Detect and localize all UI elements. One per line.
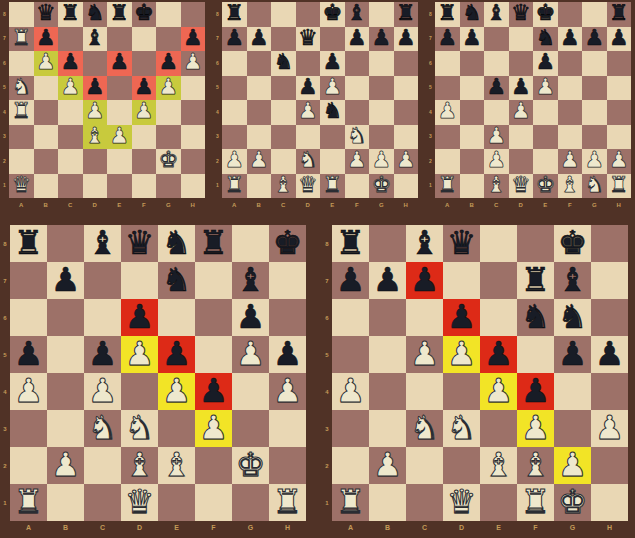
square-c1[interactable]: ♝ [484,174,509,199]
square-a8[interactable]: ♜ [222,2,247,27]
square-a8[interactable]: ♜ [435,2,460,27]
square-d8[interactable]: ♛ [509,2,534,27]
square-e6[interactable]: ♟ [533,51,558,76]
square-e8[interactable]: ♚ [533,2,558,27]
square-b3[interactable] [369,410,406,447]
square-b2[interactable]: ♟ [247,149,272,174]
square-c8[interactable] [271,2,296,27]
square-b1[interactable] [47,484,84,521]
square-f8[interactable]: ♝ [345,2,370,27]
square-c1[interactable]: ♝ [271,174,296,199]
square-a1[interactable]: ♛ [9,174,34,199]
square-f4[interactable]: ♟ [132,100,157,125]
square-f5[interactable] [558,76,583,101]
square-g1[interactable]: ♚ [554,484,591,521]
square-d5[interactable]: ♟ [509,76,534,101]
square-c8[interactable]: ♝ [484,2,509,27]
square-g8[interactable] [156,2,181,27]
square-a7[interactable]: ♟ [222,27,247,52]
square-c3[interactable]: ♞ [406,410,443,447]
square-f1[interactable] [345,174,370,199]
square-e2[interactable]: ♝ [480,447,517,484]
square-h8[interactable] [181,2,206,27]
square-e3[interactable]: ♟ [107,125,132,150]
square-g6[interactable]: ♟ [156,51,181,76]
square-a6[interactable] [332,299,369,336]
square-e7[interactable] [320,27,345,52]
square-g3[interactable] [554,410,591,447]
square-d4[interactable] [121,373,158,410]
square-e8[interactable]: ♚ [320,2,345,27]
square-g7[interactable] [156,27,181,52]
square-b7[interactable]: ♟ [460,27,485,52]
square-c5[interactable]: ♟ [58,76,83,101]
square-c5[interactable]: ♟ [84,336,121,373]
square-a2[interactable]: ♟ [222,149,247,174]
square-c1[interactable] [58,174,83,199]
square-b1[interactable] [247,174,272,199]
square-b4[interactable] [369,373,406,410]
square-f4[interactable]: ♟ [517,373,554,410]
square-b3[interactable] [460,125,485,150]
square-d8[interactable]: ♛ [443,225,480,262]
square-b5[interactable] [34,76,59,101]
square-e1[interactable] [480,484,517,521]
square-f2[interactable] [195,447,232,484]
square-d2[interactable] [509,149,534,174]
square-c5[interactable]: ♟ [406,336,443,373]
square-c1[interactable] [84,484,121,521]
square-e3[interactable] [320,125,345,150]
square-a4[interactable]: ♟ [332,373,369,410]
square-h1[interactable]: ♜ [269,484,306,521]
square-b3[interactable] [34,125,59,150]
square-b8[interactable] [47,225,84,262]
square-a2[interactable] [435,149,460,174]
square-h5[interactable] [181,76,206,101]
square-c6[interactable]: ♟ [58,51,83,76]
square-c7[interactable]: ♟ [406,262,443,299]
square-h2[interactable] [269,447,306,484]
square-e7[interactable]: ♞ [533,27,558,52]
square-e3[interactable] [158,410,195,447]
square-c8[interactable]: ♜ [58,2,83,27]
square-e1[interactable]: ♜ [320,174,345,199]
square-c3[interactable] [58,125,83,150]
square-a6[interactable] [222,51,247,76]
square-e2[interactable] [320,149,345,174]
square-h1[interactable] [181,174,206,199]
square-b7[interactable]: ♟ [369,262,406,299]
square-d7[interactable]: ♛ [296,27,321,52]
square-d7[interactable] [121,262,158,299]
square-g7[interactable]: ♝ [554,262,591,299]
square-h6[interactable]: ♟ [181,51,206,76]
square-f6[interactable] [345,51,370,76]
square-g3[interactable] [582,125,607,150]
square-e4[interactable] [533,100,558,125]
square-d5[interactable]: ♟ [83,76,108,101]
square-h4[interactable] [591,373,628,410]
square-e6[interactable]: ♟ [107,51,132,76]
square-c7[interactable] [271,27,296,52]
square-a6[interactable] [10,299,47,336]
square-a7[interactable] [10,262,47,299]
square-f7[interactable]: ♟ [345,27,370,52]
square-f7[interactable]: ♜ [517,262,554,299]
square-g4[interactable] [554,373,591,410]
square-f1[interactable]: ♝ [558,174,583,199]
square-g2[interactable]: ♟ [554,447,591,484]
square-a3[interactable] [10,410,47,447]
square-d6[interactable] [83,51,108,76]
square-e3[interactable] [480,410,517,447]
square-c1[interactable] [406,484,443,521]
square-d1[interactable] [83,174,108,199]
square-h4[interactable] [607,100,632,125]
square-h1[interactable]: ♜ [607,174,632,199]
square-f8[interactable] [558,2,583,27]
square-d4[interactable]: ♟ [83,100,108,125]
square-a5[interactable]: ♞ [9,76,34,101]
square-f3[interactable]: ♟ [517,410,554,447]
square-c7[interactable] [58,27,83,52]
square-b6[interactable] [247,51,272,76]
square-h8[interactable]: ♚ [269,225,306,262]
square-b3[interactable] [47,410,84,447]
square-b8[interactable]: ♛ [34,2,59,27]
square-b5[interactable] [47,336,84,373]
square-d8[interactable] [296,2,321,27]
square-f4[interactable]: ♟ [195,373,232,410]
square-b6[interactable] [460,51,485,76]
square-b6[interactable] [47,299,84,336]
square-a4[interactable]: ♟ [10,373,47,410]
square-b6[interactable]: ♟ [34,51,59,76]
square-a8[interactable]: ♜ [332,225,369,262]
square-c6[interactable] [406,299,443,336]
square-a3[interactable] [222,125,247,150]
square-e5[interactable]: ♟ [320,76,345,101]
square-e4[interactable] [107,100,132,125]
square-f5[interactable] [345,76,370,101]
square-f2[interactable] [132,149,157,174]
square-g3[interactable] [369,125,394,150]
square-c4[interactable] [58,100,83,125]
square-d7[interactable] [509,27,534,52]
square-h2[interactable]: ♟ [607,149,632,174]
square-a3[interactable] [332,410,369,447]
square-c4[interactable] [406,373,443,410]
square-c3[interactable] [271,125,296,150]
square-g5[interactable]: ♟ [156,76,181,101]
square-b2[interactable]: ♟ [47,447,84,484]
square-d4[interactable]: ♟ [296,100,321,125]
square-f1[interactable]: ♜ [517,484,554,521]
square-h8[interactable]: ♜ [607,2,632,27]
square-a3[interactable] [9,125,34,150]
square-b5[interactable] [369,336,406,373]
square-g4[interactable] [156,100,181,125]
square-g7[interactable]: ♝ [232,262,269,299]
square-d6[interactable] [296,51,321,76]
square-a5[interactable] [435,76,460,101]
square-f8[interactable]: ♜ [195,225,232,262]
square-h7[interactable]: ♟ [607,27,632,52]
square-b2[interactable]: ♟ [369,447,406,484]
square-h7[interactable] [591,262,628,299]
square-e2[interactable]: ♝ [158,447,195,484]
square-f7[interactable]: ♟ [558,27,583,52]
square-g4[interactable] [369,100,394,125]
square-d7[interactable]: ♝ [83,27,108,52]
square-c3[interactable]: ♟ [484,125,509,150]
square-g8[interactable] [232,225,269,262]
square-h3[interactable] [607,125,632,150]
square-b4[interactable] [47,373,84,410]
square-c2[interactable] [271,149,296,174]
square-g6[interactable]: ♟ [232,299,269,336]
square-h4[interactable] [181,100,206,125]
square-d8[interactable]: ♛ [121,225,158,262]
square-a1[interactable]: ♜ [222,174,247,199]
square-f4[interactable] [558,100,583,125]
square-g4[interactable] [232,373,269,410]
square-f3[interactable] [132,125,157,150]
square-b1[interactable] [369,484,406,521]
square-b4[interactable] [34,100,59,125]
square-d2[interactable] [443,447,480,484]
square-d6[interactable]: ♟ [443,299,480,336]
square-a2[interactable] [10,447,47,484]
square-b5[interactable] [247,76,272,101]
square-h4[interactable] [394,100,419,125]
square-e8[interactable]: ♜ [107,2,132,27]
square-h6[interactable] [269,299,306,336]
square-d2[interactable]: ♝ [121,447,158,484]
square-g6[interactable] [369,51,394,76]
square-b7[interactable]: ♟ [34,27,59,52]
square-e4[interactable]: ♟ [480,373,517,410]
square-c5[interactable]: ♟ [484,76,509,101]
square-g5[interactable]: ♟ [232,336,269,373]
square-h2[interactable] [591,447,628,484]
square-f3[interactable] [558,125,583,150]
square-c6[interactable] [484,51,509,76]
square-a8[interactable]: ♜ [10,225,47,262]
square-h3[interactable] [394,125,419,150]
square-g2[interactable]: ♚ [232,447,269,484]
square-a4[interactable]: ♜ [9,100,34,125]
square-e7[interactable]: ♞ [158,262,195,299]
square-f6[interactable] [195,299,232,336]
square-d5[interactable]: ♟ [443,336,480,373]
square-h5[interactable] [394,76,419,101]
square-c8[interactable]: ♝ [84,225,121,262]
square-d3[interactable]: ♞ [121,410,158,447]
square-a1[interactable]: ♜ [435,174,460,199]
square-c3[interactable]: ♞ [84,410,121,447]
square-g2[interactable]: ♟ [369,149,394,174]
square-a4[interactable]: ♟ [435,100,460,125]
square-h6[interactable] [607,51,632,76]
square-g1[interactable]: ♚ [369,174,394,199]
square-g5[interactable] [369,76,394,101]
square-c5[interactable] [271,76,296,101]
square-g1[interactable] [156,174,181,199]
square-h4[interactable]: ♟ [269,373,306,410]
square-d1[interactable]: ♛ [509,174,534,199]
square-a2[interactable] [9,149,34,174]
square-e6[interactable] [480,299,517,336]
square-a1[interactable]: ♜ [332,484,369,521]
square-f1[interactable] [195,484,232,521]
square-e5[interactable]: ♟ [533,76,558,101]
square-a2[interactable] [332,447,369,484]
square-e5[interactable] [107,76,132,101]
square-f8[interactable]: ♚ [132,2,157,27]
square-d8[interactable]: ♞ [83,2,108,27]
square-b1[interactable] [34,174,59,199]
square-b8[interactable] [369,225,406,262]
square-d3[interactable]: ♝ [83,125,108,150]
square-e2[interactable] [533,149,558,174]
square-d4[interactable]: ♟ [509,100,534,125]
square-d1[interactable]: ♛ [121,484,158,521]
square-b1[interactable] [460,174,485,199]
square-e1[interactable] [158,484,195,521]
square-c4[interactable] [271,100,296,125]
square-h1[interactable] [394,174,419,199]
square-a7[interactable]: ♜ [9,27,34,52]
square-d3[interactable] [296,125,321,150]
square-g4[interactable] [582,100,607,125]
square-g2[interactable]: ♚ [156,149,181,174]
square-b4[interactable] [460,100,485,125]
square-f6[interactable]: ♞ [517,299,554,336]
square-d1[interactable]: ♛ [296,174,321,199]
square-d3[interactable] [509,125,534,150]
square-g7[interactable]: ♟ [369,27,394,52]
square-f5[interactable] [517,336,554,373]
square-b7[interactable]: ♟ [47,262,84,299]
square-d5[interactable]: ♟ [296,76,321,101]
square-g6[interactable] [582,51,607,76]
square-b2[interactable] [34,149,59,174]
square-e3[interactable] [533,125,558,150]
square-f5[interactable]: ♟ [132,76,157,101]
square-e5[interactable]: ♟ [158,336,195,373]
square-e1[interactable] [107,174,132,199]
square-h5[interactable]: ♟ [269,336,306,373]
square-h6[interactable] [394,51,419,76]
square-a7[interactable]: ♟ [435,27,460,52]
square-e8[interactable]: ♞ [158,225,195,262]
square-h5[interactable]: ♟ [591,336,628,373]
square-g3[interactable] [156,125,181,150]
square-a5[interactable] [332,336,369,373]
square-f7[interactable] [132,27,157,52]
square-h6[interactable] [591,299,628,336]
square-g7[interactable]: ♟ [582,27,607,52]
square-c4[interactable]: ♟ [84,373,121,410]
square-g8[interactable]: ♚ [554,225,591,262]
square-e6[interactable] [158,299,195,336]
square-e7[interactable] [480,262,517,299]
square-c7[interactable] [484,27,509,52]
square-f3[interactable]: ♟ [195,410,232,447]
square-c2[interactable]: ♟ [484,149,509,174]
square-f7[interactable] [195,262,232,299]
square-g5[interactable]: ♟ [554,336,591,373]
square-a6[interactable] [435,51,460,76]
square-h7[interactable]: ♟ [181,27,206,52]
square-b3[interactable] [247,125,272,150]
square-d7[interactable] [443,262,480,299]
square-b4[interactable] [247,100,272,125]
square-a3[interactable] [435,125,460,150]
square-d2[interactable] [83,149,108,174]
square-f5[interactable] [195,336,232,373]
square-b8[interactable]: ♞ [460,2,485,27]
square-e4[interactable]: ♞ [320,100,345,125]
square-g3[interactable] [232,410,269,447]
square-f2[interactable]: ♝ [517,447,554,484]
square-f3[interactable]: ♞ [345,125,370,150]
square-c2[interactable] [58,149,83,174]
square-h7[interactable] [269,262,306,299]
square-c6[interactable]: ♞ [271,51,296,76]
square-e1[interactable]: ♚ [533,174,558,199]
square-f2[interactable]: ♟ [558,149,583,174]
square-f8[interactable] [517,225,554,262]
square-c8[interactable]: ♝ [406,225,443,262]
square-f6[interactable] [132,51,157,76]
square-g8[interactable] [369,2,394,27]
square-h7[interactable]: ♟ [394,27,419,52]
square-e5[interactable]: ♟ [480,336,517,373]
square-g8[interactable] [582,2,607,27]
square-d6[interactable]: ♟ [121,299,158,336]
square-d3[interactable]: ♞ [443,410,480,447]
square-a1[interactable]: ♜ [10,484,47,521]
square-c2[interactable] [406,447,443,484]
square-b6[interactable] [369,299,406,336]
square-h3[interactable] [269,410,306,447]
square-h1[interactable] [591,484,628,521]
square-f4[interactable] [345,100,370,125]
square-e2[interactable] [107,149,132,174]
square-a7[interactable]: ♟ [332,262,369,299]
square-f2[interactable]: ♟ [345,149,370,174]
square-e7[interactable] [107,27,132,52]
square-g2[interactable]: ♟ [582,149,607,174]
square-a8[interactable] [9,2,34,27]
square-d2[interactable]: ♞ [296,149,321,174]
square-b8[interactable] [247,2,272,27]
square-h8[interactable]: ♜ [394,2,419,27]
square-c7[interactable] [84,262,121,299]
square-b2[interactable] [460,149,485,174]
square-f1[interactable] [132,174,157,199]
square-g1[interactable] [232,484,269,521]
square-b7[interactable]: ♟ [247,27,272,52]
square-h8[interactable] [591,225,628,262]
square-c2[interactable] [84,447,121,484]
square-d4[interactable] [443,373,480,410]
square-g1[interactable]: ♞ [582,174,607,199]
square-d1[interactable]: ♛ [443,484,480,521]
